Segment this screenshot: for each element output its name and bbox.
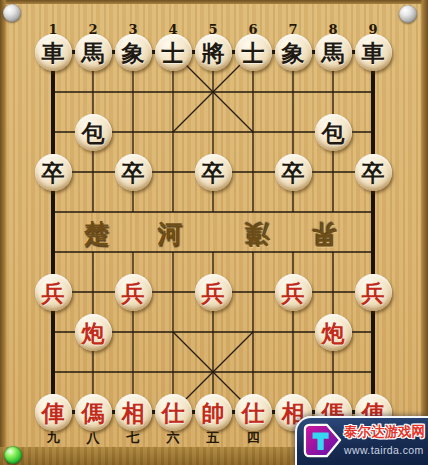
piece-red-兵-f3r7[interactable]: 兵 [115, 274, 152, 311]
watermark-site-url: www.tairda.com [344, 444, 426, 456]
piece-black-馬-f2r1[interactable]: 馬 [75, 34, 112, 71]
board-edge-right [420, 0, 428, 465]
piece-black-車-f9r1[interactable]: 車 [355, 34, 392, 71]
piece-black-象-f3r1[interactable]: 象 [115, 34, 152, 71]
piece-red-炮-f8r8[interactable]: 炮 [315, 314, 352, 351]
tairda-logo-icon [301, 422, 343, 460]
piece-black-卒-f1r4[interactable]: 卒 [35, 154, 72, 191]
piece-red-兵-f9r7[interactable]: 兵 [355, 274, 392, 311]
board-edge-top [0, 0, 428, 4]
piece-black-象-f7r1[interactable]: 象 [275, 34, 312, 71]
watermark-site-name: 泰尔达游戏网 [344, 423, 426, 441]
screw-icon-top-left [3, 4, 21, 22]
piece-black-包-f8r3[interactable]: 包 [315, 114, 352, 151]
piece-black-卒-f3r4[interactable]: 卒 [115, 154, 152, 191]
watermark-texts: 泰尔达游戏网 www.tairda.com [344, 423, 426, 456]
piece-black-卒-f7r4[interactable]: 卒 [275, 154, 312, 191]
piece-red-炮-f2r8[interactable]: 炮 [75, 314, 112, 351]
piece-red-傌-f2r10[interactable]: 傌 [75, 394, 112, 431]
piece-red-帥-f5r10[interactable]: 帥 [195, 394, 232, 431]
piece-red-仕-f4r10[interactable]: 仕 [155, 394, 192, 431]
piece-red-仕-f6r10[interactable]: 仕 [235, 394, 272, 431]
piece-black-士-f6r1[interactable]: 士 [235, 34, 272, 71]
piece-black-車-f1r1[interactable]: 車 [35, 34, 72, 71]
piece-red-兵-f1r7[interactable]: 兵 [35, 274, 72, 311]
board-grid[interactable]: 車馬象士將士象馬車包包卒卒卒卒卒兵兵兵兵兵炮炮俥傌相仕帥仕相傌俥 [33, 32, 393, 432]
piece-black-卒-f5r4[interactable]: 卒 [195, 154, 232, 191]
piece-black-卒-f9r4[interactable]: 卒 [355, 154, 392, 191]
piece-red-兵-f5r7[interactable]: 兵 [195, 274, 232, 311]
piece-black-馬-f8r1[interactable]: 馬 [315, 34, 352, 71]
piece-black-包-f2r3[interactable]: 包 [75, 114, 112, 151]
screw-icon-top-right [399, 5, 417, 23]
xiangqi-app-window: 123456789 九八七六五四 楚河 漢界 車馬象士將士象馬車包包卒卒卒卒卒兵… [0, 0, 428, 465]
piece-black-將-f5r1[interactable]: 將 [195, 34, 232, 71]
watermark-badge: 泰尔达游戏网 www.tairda.com [295, 416, 428, 465]
piece-red-俥-f1r10[interactable]: 俥 [35, 394, 72, 431]
piece-red-相-f3r10[interactable]: 相 [115, 394, 152, 431]
piece-red-兵-f7r7[interactable]: 兵 [275, 274, 312, 311]
piece-black-士-f4r1[interactable]: 士 [155, 34, 192, 71]
green-button-icon [4, 446, 22, 464]
board-edge-left [0, 0, 7, 465]
